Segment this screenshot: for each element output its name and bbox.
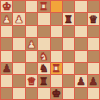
square-c6[interactable] [26,26,37,37]
white-pawn[interactable]: ♟ [2,14,11,25]
square-a6[interactable] [1,26,12,37]
square-b2[interactable] [13,75,24,86]
square-e7[interactable] [51,13,62,24]
white-pawn[interactable]: ♟ [14,14,23,25]
square-b4[interactable] [13,51,24,62]
square-h7[interactable]: ♛ [88,13,99,24]
square-e1[interactable]: ♚ [51,88,62,99]
square-d8[interactable]: ♜ [38,1,49,12]
black-rook[interactable]: ♜ [64,14,73,25]
square-a3[interactable]: ♟ [1,63,12,74]
square-f1[interactable] [63,88,74,99]
square-e6[interactable] [51,26,62,37]
square-f8[interactable] [63,1,74,12]
square-g6[interactable] [75,26,86,37]
square-e8[interactable] [51,1,62,12]
square-d4[interactable]: ♞ [38,51,49,62]
square-g8[interactable] [75,1,86,12]
square-f3[interactable] [63,63,74,74]
square-h6[interactable] [88,26,99,37]
white-queen[interactable]: ♛ [27,76,36,87]
black-pawn[interactable]: ♟ [89,76,98,87]
square-a5[interactable] [1,38,12,49]
black-king[interactable]: ♚ [51,88,60,99]
square-d5[interactable] [38,38,49,49]
square-g2[interactable]: ♟ [75,75,86,86]
square-b1[interactable] [13,88,24,99]
square-g1[interactable] [75,88,86,99]
square-h4[interactable] [88,51,99,62]
square-h5[interactable] [88,38,99,49]
square-a8[interactable]: ♚ [1,1,12,12]
square-h3[interactable] [88,63,99,74]
square-c5[interactable]: ♟ [26,38,37,49]
square-d1[interactable] [38,88,49,99]
square-g3[interactable] [75,63,86,74]
square-g5[interactable] [75,38,86,49]
square-b5[interactable] [13,38,24,49]
square-g7[interactable] [75,13,86,24]
square-d3[interactable]: ♞ [38,63,49,74]
white-king[interactable]: ♚ [2,1,11,12]
square-a2[interactable] [1,75,12,86]
square-c1[interactable] [26,88,37,99]
square-e5[interactable] [51,38,62,49]
square-b7[interactable]: ♟ [13,13,24,24]
square-e3[interactable]: ♜ [51,63,62,74]
square-c2[interactable]: ♛ [26,75,37,86]
black-rook[interactable]: ♜ [39,76,48,87]
square-e4[interactable] [51,51,62,62]
square-e2[interactable] [51,75,62,86]
square-a1[interactable] [1,88,12,99]
square-c4[interactable] [26,51,37,62]
black-queen[interactable]: ♛ [89,14,98,25]
square-c3[interactable] [26,63,37,74]
square-g4[interactable] [75,51,86,62]
square-f4[interactable] [63,51,74,62]
square-h1[interactable] [88,88,99,99]
black-pawn[interactable]: ♟ [2,63,11,74]
square-f5[interactable] [63,38,74,49]
chess-board: ♚♜♟♟♜♛♟♞♟♞♜♛♜♟♟♚ [0,0,100,100]
square-d6[interactable] [38,26,49,37]
black-knight[interactable]: ♞ [39,63,48,74]
square-a4[interactable] [1,51,12,62]
square-d2[interactable]: ♜ [38,75,49,86]
square-c7[interactable] [26,13,37,24]
white-rook[interactable]: ♜ [51,63,60,74]
square-f6[interactable] [63,26,74,37]
white-rook[interactable]: ♜ [39,1,48,12]
square-b3[interactable] [13,63,24,74]
square-f2[interactable] [63,75,74,86]
square-h8[interactable] [88,1,99,12]
black-pawn[interactable]: ♟ [76,76,85,87]
square-a7[interactable]: ♟ [1,13,12,24]
square-b6[interactable] [13,26,24,37]
square-d7[interactable] [38,13,49,24]
square-c8[interactable] [26,1,37,12]
square-h2[interactable]: ♟ [88,75,99,86]
white-pawn[interactable]: ♟ [27,39,36,50]
white-knight[interactable]: ♞ [39,51,48,62]
square-b8[interactable] [13,1,24,12]
square-f7[interactable]: ♜ [63,13,74,24]
